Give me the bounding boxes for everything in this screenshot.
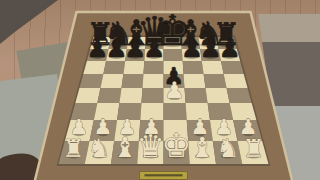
photo-chess-scene: { "game": "chess", "scene_type": "overhe…: [0, 0, 320, 180]
piece-white-king-e1: ♚: [162, 126, 192, 165]
square-g5: [204, 74, 227, 88]
piece-white-knight-g1: ♞: [216, 133, 239, 163]
square-h5: [224, 74, 248, 88]
piece-white-bishop-c1: ♝: [113, 131, 138, 164]
square-g4: [206, 88, 230, 103]
square-b4: [97, 88, 121, 103]
square-d4: [141, 88, 163, 103]
piece-white-knight-b1: ♞: [88, 133, 111, 163]
square-f4: [185, 88, 208, 103]
piece-white-rook-h1: ♜: [242, 134, 264, 163]
plaque-text-smudge: [145, 174, 183, 176]
square-d5: [142, 74, 163, 88]
piece-white-rook-a1: ♜: [62, 134, 84, 163]
square-h4: [227, 88, 252, 103]
piece-black-pawn-d7: ♟: [143, 34, 165, 63]
square-a4: [75, 88, 100, 103]
square-c5: [121, 74, 143, 88]
piece-black-pawn-h7: ♟: [218, 34, 240, 63]
chessboard: ♜♞♝♛♚♝♞♜♟♟♟♟♟♟♟♟♟♟♟♟♟♟♟♟♜♞♝♛♚♝♞♜: [0, 0, 320, 180]
square-e3: [164, 103, 187, 120]
piece-white-pawn-e4: ♟: [164, 77, 184, 103]
square-a5: [79, 74, 103, 88]
square-f5: [184, 74, 206, 88]
piece-white-bishop-f1: ♝: [190, 131, 215, 164]
square-b5: [100, 74, 123, 88]
piece-white-queen-d1: ♛: [137, 128, 165, 164]
square-c4: [119, 88, 142, 103]
